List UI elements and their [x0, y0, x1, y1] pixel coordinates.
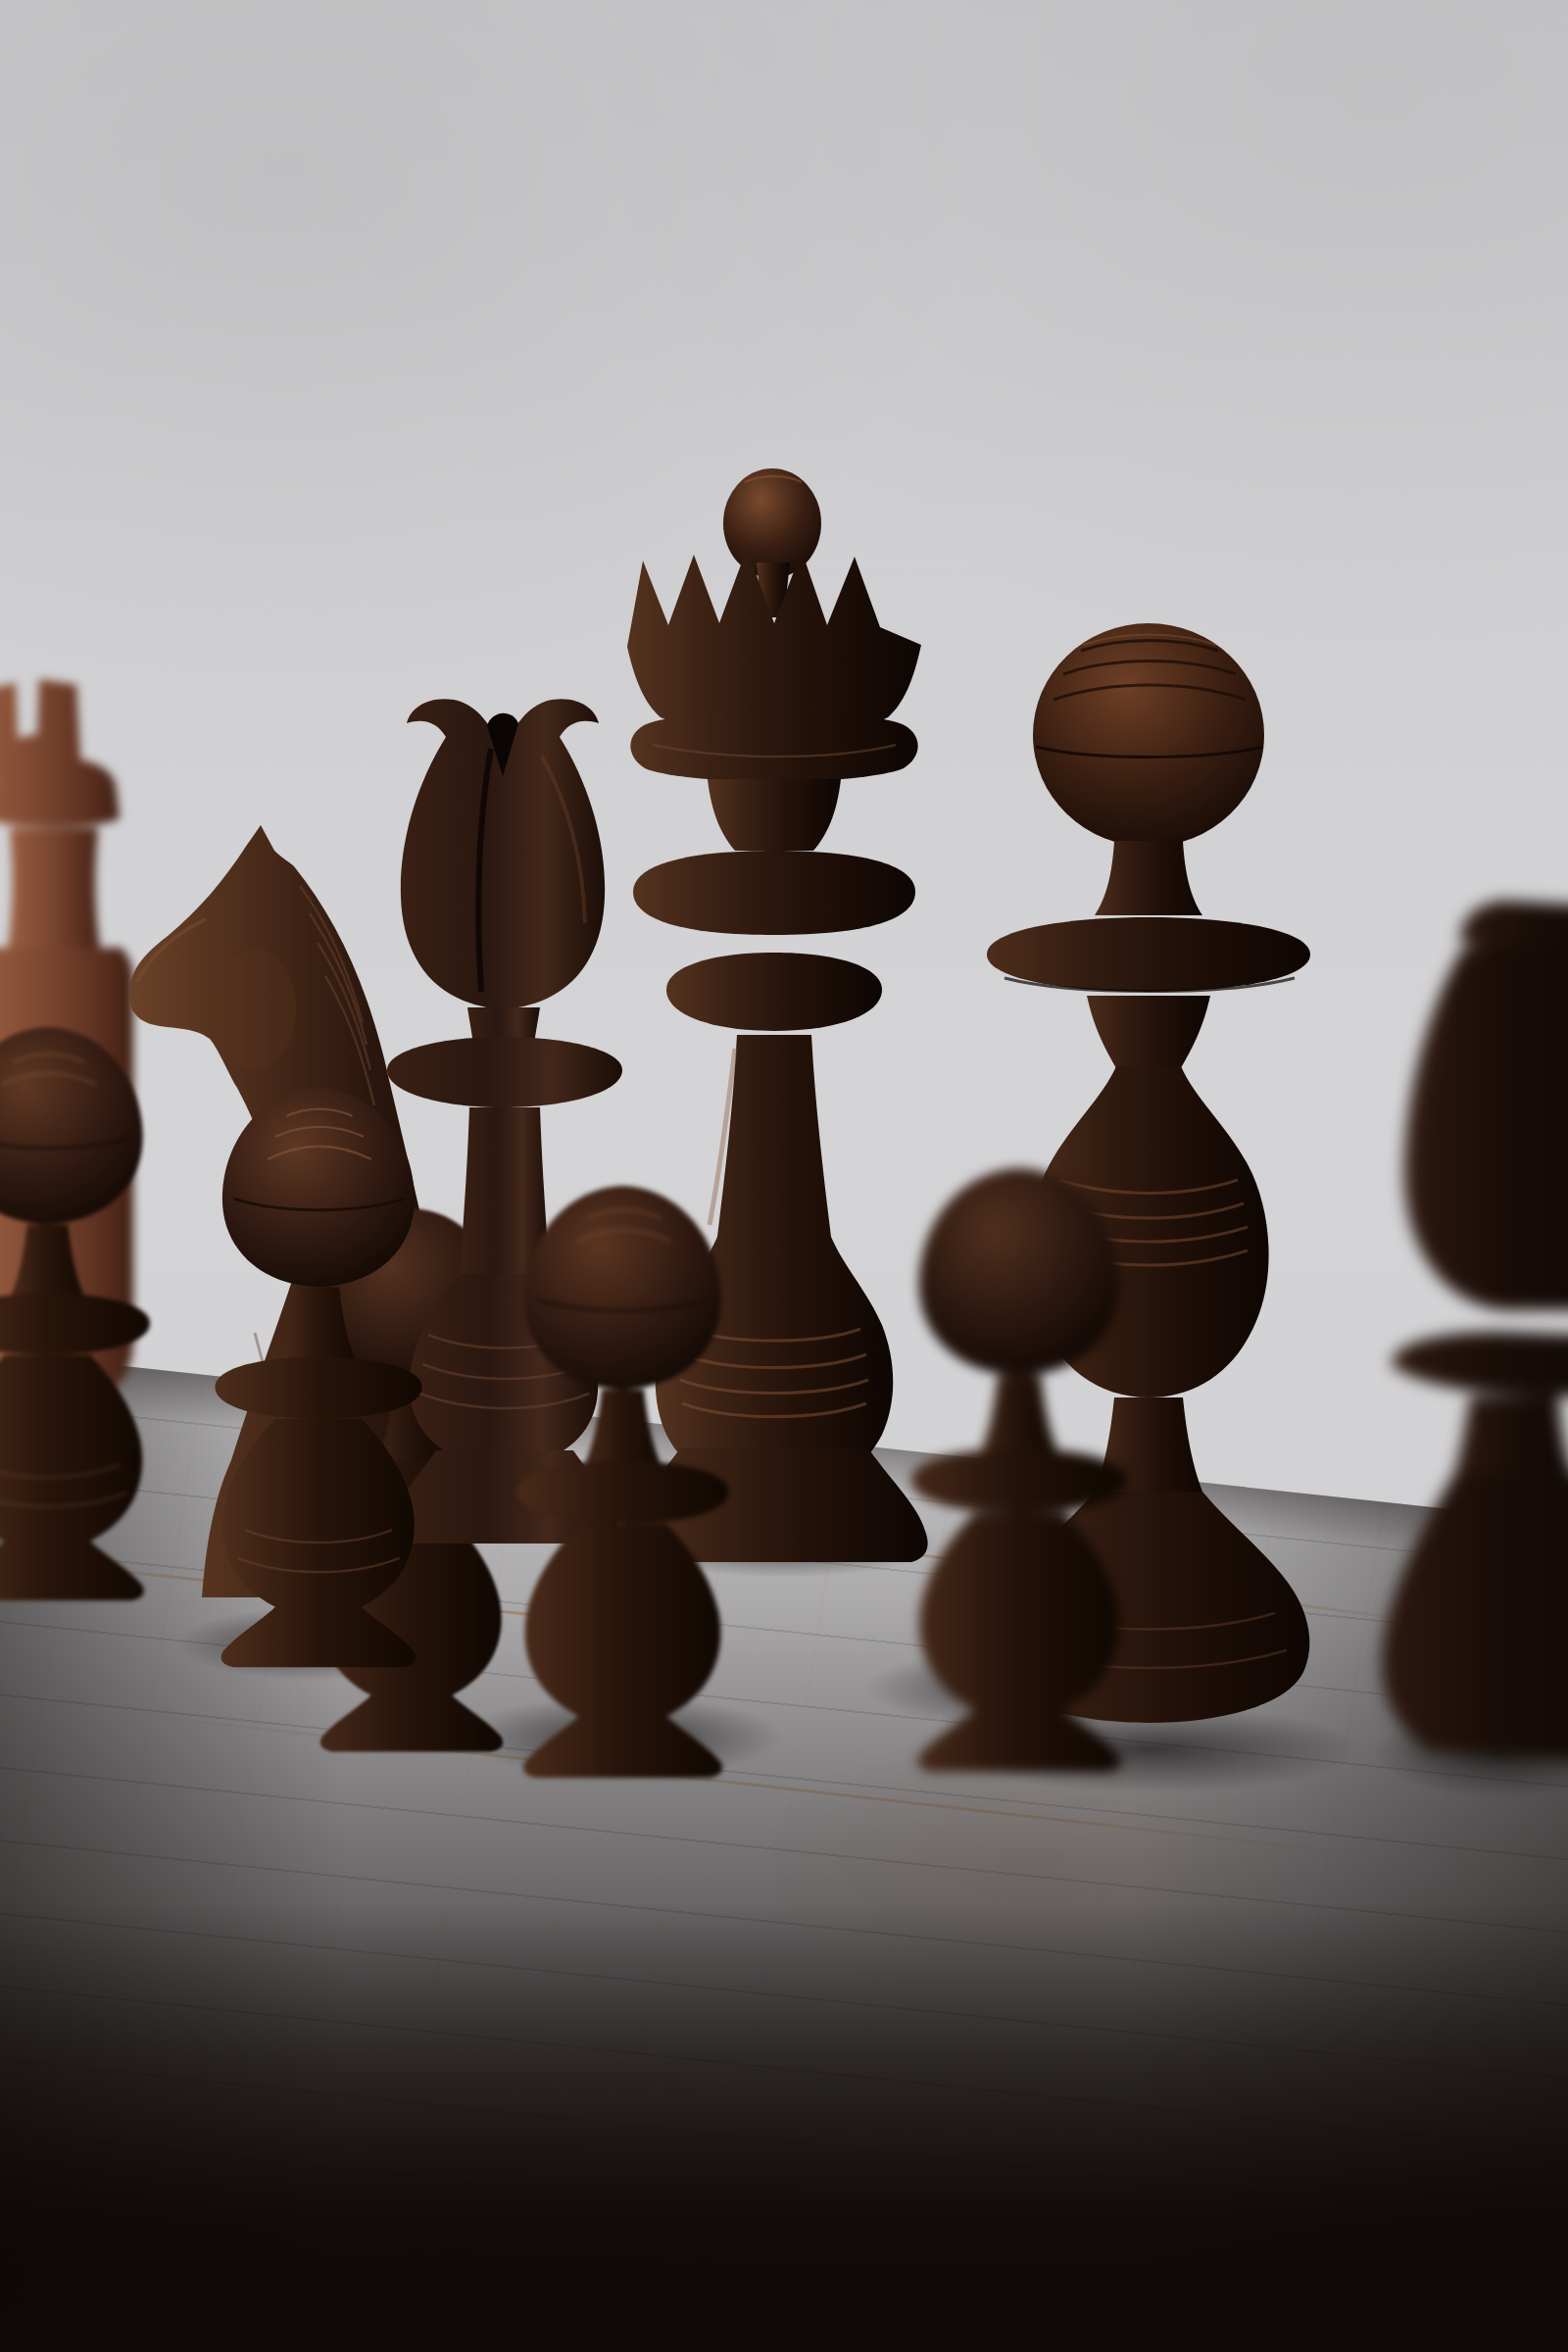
pawn-piece	[196, 1088, 441, 1671]
bishop-piece	[1367, 887, 1568, 1769]
pawn-silhouette	[498, 1186, 748, 1782]
bishop-silhouette	[1367, 887, 1568, 1769]
pawn-piece	[892, 1168, 1147, 1776]
pawn-piece	[498, 1186, 748, 1782]
pawn-silhouette	[0, 1027, 169, 1604]
pawn-silhouette	[892, 1168, 1147, 1776]
chess-still-life-scene	[0, 0, 1568, 2352]
pawn-silhouette	[196, 1088, 441, 1671]
pawn-piece	[0, 1027, 169, 1604]
